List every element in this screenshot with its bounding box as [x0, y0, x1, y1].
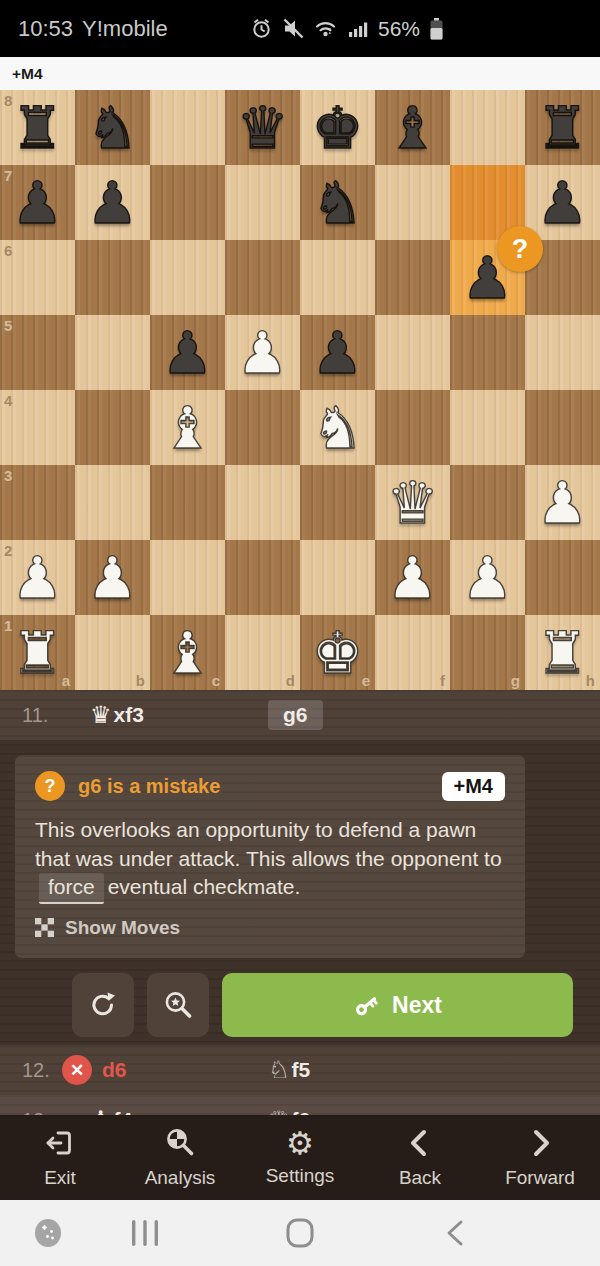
square-a7[interactable]: 7♟: [0, 165, 75, 240]
white-bishop-move-icon: ♝: [90, 1108, 112, 1115]
square-d2[interactable]: [225, 540, 300, 615]
card-header: ? g6 is a mistake +M4: [35, 771, 505, 801]
square-b7[interactable]: ♟: [75, 165, 150, 240]
square-f6[interactable]: [375, 240, 450, 315]
nav-exit[interactable]: Exit: [0, 1115, 120, 1200]
square-b5[interactable]: [75, 315, 150, 390]
recents-icon: [131, 1217, 159, 1249]
android-back-button[interactable]: [420, 1200, 490, 1266]
next-button[interactable]: Next: [222, 973, 573, 1037]
home-icon: [285, 1217, 315, 1249]
move-row-12[interactable]: 12. ✕ d6 ♘ f5: [0, 1045, 600, 1095]
alarm-icon: [250, 17, 273, 40]
black-queen-move-icon: ♕: [268, 1108, 290, 1115]
white-pawn: ♟: [462, 549, 514, 607]
magnifier-star-icon: [162, 989, 194, 1021]
move-text: f4: [114, 1108, 133, 1115]
next-label: Next: [392, 992, 442, 1019]
nav-back[interactable]: Back: [360, 1115, 480, 1200]
question-icon: ?: [35, 771, 65, 801]
home-button[interactable]: [265, 1200, 335, 1266]
checkerboard-icon: [35, 918, 54, 937]
file-label: c: [212, 672, 220, 689]
square-c8[interactable]: [150, 90, 225, 165]
square-f4[interactable]: [375, 390, 450, 465]
move-black-11-current[interactable]: g6: [268, 690, 323, 740]
white-pawn: ♟: [87, 549, 139, 607]
black-queen: ♛: [237, 99, 289, 157]
square-a5[interactable]: 5: [0, 315, 75, 390]
mate-badge: +M4: [442, 772, 505, 801]
nav-label: Back: [399, 1167, 441, 1189]
move-white-11[interactable]: ♛ xf3: [90, 690, 144, 740]
square-e5[interactable]: ♟: [300, 315, 375, 390]
black-pawn: ♟: [12, 174, 64, 232]
square-f2[interactable]: ♟: [375, 540, 450, 615]
file-label: h: [586, 672, 595, 689]
square-d3[interactable]: [225, 465, 300, 540]
square-e4[interactable]: ♞: [300, 390, 375, 465]
square-h2[interactable]: [525, 540, 600, 615]
black-pawn: ♟: [87, 174, 139, 232]
square-g4[interactable]: [450, 390, 525, 465]
nav-label: Forward: [505, 1167, 575, 1189]
square-a6[interactable]: 6: [0, 240, 75, 315]
nav-label: Exit: [44, 1167, 76, 1189]
eval-value: +M4: [12, 65, 43, 83]
square-e7[interactable]: ♞: [300, 165, 375, 240]
square-h5[interactable]: [525, 315, 600, 390]
chevron-left-icon: [403, 1126, 437, 1160]
square-c2[interactable]: [150, 540, 225, 615]
battery-icon: [429, 17, 444, 41]
square-e8[interactable]: ♚: [300, 90, 375, 165]
file-label: g: [511, 672, 520, 689]
bottom-nav: Exit Analysis ⚙ Settings Back Forw: [0, 1115, 600, 1200]
square-g1[interactable]: g: [450, 615, 525, 690]
retry-button[interactable]: [72, 973, 134, 1037]
file-label: b: [136, 672, 145, 689]
square-e3[interactable]: [300, 465, 375, 540]
status-icons: 56%: [250, 0, 444, 57]
black-knight-move-icon: ♘: [268, 1058, 290, 1082]
square-g2[interactable]: ♟: [450, 540, 525, 615]
square-h7[interactable]: ♟: [525, 165, 600, 240]
white-pawn: ♟: [387, 549, 439, 607]
refresh-icon: [87, 989, 119, 1021]
square-c5[interactable]: ♟: [150, 315, 225, 390]
square-f3[interactable]: ♛: [375, 465, 450, 540]
square-f7[interactable]: [375, 165, 450, 240]
square-g3[interactable]: [450, 465, 525, 540]
rank-label: 7: [4, 167, 12, 184]
android-back-icon: [443, 1217, 467, 1249]
square-h8[interactable]: ♜: [525, 90, 600, 165]
move-row-11[interactable]: 11. ♛ xf3 g6: [0, 690, 600, 740]
square-b6[interactable]: [75, 240, 150, 315]
rank-label: 3: [4, 467, 12, 484]
black-rook: ♜: [12, 99, 64, 157]
square-c3[interactable]: [150, 465, 225, 540]
square-h3[interactable]: ♟: [525, 465, 600, 540]
black-bishop: ♝: [387, 99, 439, 157]
signal-icon: [348, 17, 369, 40]
game-controller-icon: [30, 1215, 66, 1251]
square-e6[interactable]: [300, 240, 375, 315]
move-text: f5: [292, 1058, 311, 1082]
square-b2[interactable]: ♟: [75, 540, 150, 615]
board-grid[interactable]: 8♜♞♛♚♝♜7♟♟♞♟6♟5♟♟♟4♝♞3♛♟2♟♟♟♟1a♜bc♝de♚fg…: [0, 90, 600, 690]
nav-label: Settings: [266, 1165, 335, 1187]
black-rook: ♜: [537, 99, 589, 157]
status-bar: 10:53 Y!mobile: [0, 0, 600, 57]
square-h1[interactable]: h♜: [525, 615, 600, 690]
square-e2[interactable]: [300, 540, 375, 615]
square-a1[interactable]: 1a♜: [0, 615, 75, 690]
square-g5[interactable]: [450, 315, 525, 390]
recents-button[interactable]: [110, 1200, 180, 1266]
mistake-question-badge: ?: [497, 226, 543, 272]
analysis-panel: 11. ♛ xf3 g6 ? g6 is a mistake +M4 This …: [0, 690, 600, 1115]
nav-analysis[interactable]: Analysis: [120, 1115, 240, 1200]
wifi-icon: [314, 17, 339, 40]
white-knight: ♞: [312, 399, 364, 457]
square-e1[interactable]: e♚: [300, 615, 375, 690]
inspect-move-button[interactable]: [147, 973, 209, 1037]
white-bishop: ♝: [162, 624, 214, 682]
current-move-chip: g6: [268, 700, 323, 730]
square-b8[interactable]: ♞: [75, 90, 150, 165]
move-text: xf3: [114, 703, 144, 727]
blunder-x-icon: ✕: [62, 1055, 92, 1085]
force-term-chip[interactable]: force: [39, 873, 104, 904]
move-black-12[interactable]: ♘ f5: [268, 1045, 310, 1095]
square-b4[interactable]: [75, 390, 150, 465]
nav-label: Analysis: [145, 1167, 216, 1189]
black-pawn: ♟: [162, 324, 214, 382]
move-text: d6: [102, 1058, 127, 1082]
white-pawn: ♟: [237, 324, 289, 382]
black-knight: ♞: [312, 174, 364, 232]
square-d5[interactable]: ♟: [225, 315, 300, 390]
move-text: f6: [292, 1108, 311, 1115]
white-queen: ♛: [387, 474, 439, 532]
square-d1[interactable]: d: [225, 615, 300, 690]
move-black-13[interactable]: ♕ f6: [268, 1095, 310, 1115]
key-icon: [353, 992, 380, 1019]
body-text: This overlooks an opportunity to defend …: [35, 818, 502, 870]
action-buttons: Next: [72, 973, 573, 1037]
square-f8[interactable]: ♝: [375, 90, 450, 165]
white-king: ♚: [312, 624, 364, 682]
carrier-text: Y!mobile: [82, 16, 168, 42]
rank-label: 2: [4, 542, 12, 559]
chevron-right-icon: [523, 1126, 557, 1160]
rank-label: 8: [4, 92, 12, 109]
analysis-icon: [163, 1126, 197, 1160]
white-rook: ♜: [537, 624, 589, 682]
mistake-card: ? g6 is a mistake +M4 This overlooks an …: [15, 755, 525, 958]
file-label: f: [440, 672, 445, 689]
white-rook: ♜: [12, 624, 64, 682]
file-label: e: [362, 672, 370, 689]
square-c6[interactable]: [150, 240, 225, 315]
square-d8[interactable]: ♛: [225, 90, 300, 165]
square-c1[interactable]: c♝: [150, 615, 225, 690]
card-body: This overlooks an opportunity to defend …: [35, 816, 505, 904]
game-tools-button[interactable]: [18, 1200, 78, 1266]
square-c4[interactable]: ♝: [150, 390, 225, 465]
rank-label: 6: [4, 242, 12, 259]
square-a3[interactable]: 3: [0, 465, 75, 540]
move-number: 12.: [22, 1045, 50, 1095]
square-d6[interactable]: [225, 240, 300, 315]
show-moves-toggle[interactable]: Show Moves: [35, 917, 505, 939]
square-h4[interactable]: [525, 390, 600, 465]
move-white-13[interactable]: ♝ f4: [90, 1095, 132, 1115]
nav-forward[interactable]: Forward: [480, 1115, 600, 1200]
status-time-carrier: 10:53 Y!mobile: [18, 0, 168, 57]
square-b3[interactable]: [75, 465, 150, 540]
white-queen-move-icon: ♛: [90, 703, 112, 727]
white-bishop: ♝: [162, 399, 214, 457]
square-b1[interactable]: b: [75, 615, 150, 690]
move-white-12[interactable]: ✕ d6: [62, 1045, 127, 1095]
white-pawn: ♟: [537, 474, 589, 532]
black-pawn: ♟: [312, 324, 364, 382]
square-d7[interactable]: [225, 165, 300, 240]
show-moves-label: Show Moves: [65, 917, 180, 939]
move-row-13[interactable]: 13. ♝ f4 ♕ f6: [0, 1095, 600, 1115]
chess-board[interactable]: 8♜♞♛♚♝♜7♟♟♞♟6♟5♟♟♟4♝♞3♛♟2♟♟♟♟1a♜bc♝de♚fg…: [0, 90, 600, 690]
battery-percent: 56%: [378, 17, 420, 41]
square-f5[interactable]: [375, 315, 450, 390]
black-king: ♚: [312, 99, 364, 157]
square-f1[interactable]: f: [375, 615, 450, 690]
move-number: 11.: [22, 690, 48, 740]
gear-icon: ⚙: [286, 1128, 314, 1158]
exit-icon: [43, 1126, 77, 1160]
square-d4[interactable]: [225, 390, 300, 465]
square-g8[interactable]: [450, 90, 525, 165]
rank-label: 5: [4, 317, 12, 334]
black-knight: ♞: [87, 99, 139, 157]
square-a2[interactable]: 2♟: [0, 540, 75, 615]
card-title: g6 is a mistake: [78, 775, 442, 798]
body-text-end: eventual checkmate.: [108, 875, 301, 898]
square-c7[interactable]: [150, 165, 225, 240]
white-pawn: ♟: [12, 549, 64, 607]
clock-text: 10:53: [18, 16, 73, 42]
rank-label: 1: [4, 617, 12, 634]
square-a4[interactable]: 4: [0, 390, 75, 465]
square-a8[interactable]: 8♜: [0, 90, 75, 165]
mute-icon: [282, 17, 305, 40]
rank-label: 4: [4, 392, 12, 409]
black-pawn: ♟: [537, 174, 589, 232]
android-nav-bar: [0, 1200, 600, 1266]
nav-settings[interactable]: ⚙ Settings: [240, 1115, 360, 1200]
eval-bar: +M4: [0, 57, 600, 90]
screen: 10:53 Y!mobile: [0, 0, 600, 1266]
move-number: 13.: [22, 1095, 50, 1115]
file-label: a: [62, 672, 70, 689]
file-label: d: [286, 672, 295, 689]
